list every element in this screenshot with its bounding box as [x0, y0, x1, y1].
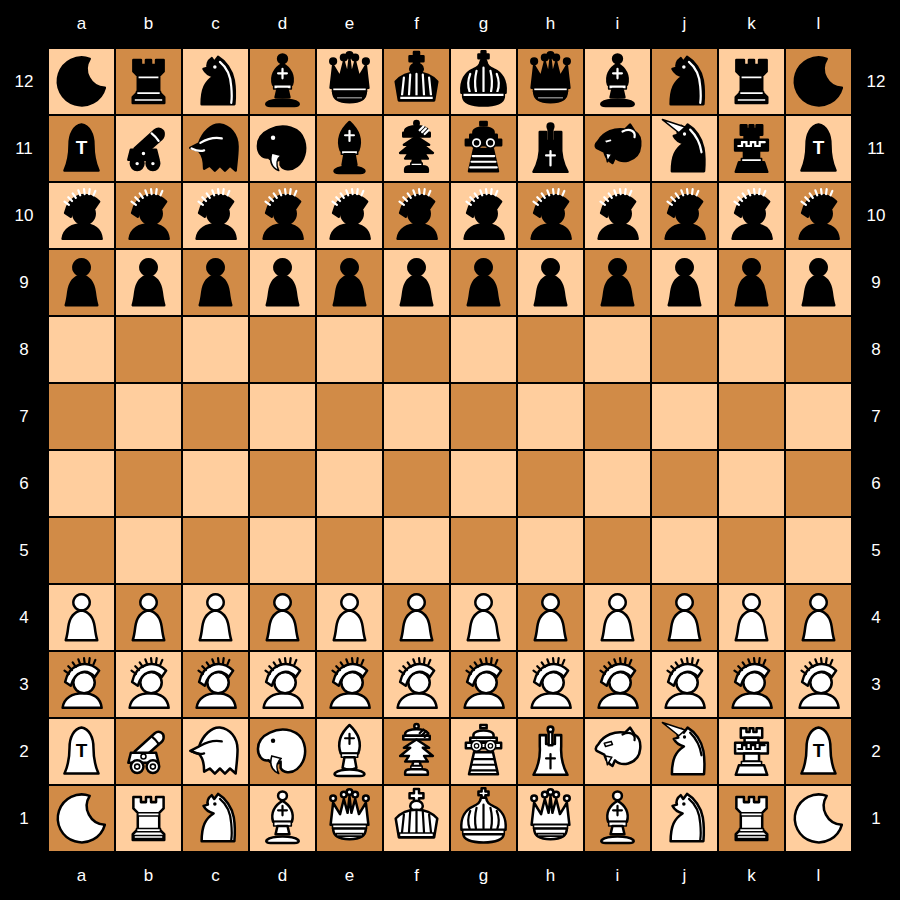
piece-black-knight[interactable] [184, 50, 247, 113]
square-c6[interactable] [182, 450, 249, 517]
piece-black-soldier[interactable] [184, 184, 247, 247]
square-c7[interactable] [182, 383, 249, 450]
piece-black-spy[interactable] [452, 117, 515, 180]
square-f5[interactable] [383, 517, 450, 584]
square-i10[interactable] [584, 182, 651, 249]
square-c8[interactable] [182, 316, 249, 383]
soldier-icon [117, 184, 180, 247]
square-a5[interactable] [48, 517, 115, 584]
square-b1[interactable] [115, 785, 182, 852]
piece-black-eagle[interactable] [184, 117, 247, 180]
piece-black-soldier[interactable] [50, 184, 113, 247]
square-h3[interactable] [517, 651, 584, 718]
square-f4[interactable] [383, 584, 450, 651]
tower-icon: T [787, 117, 850, 180]
piece-black-soldier[interactable] [787, 184, 850, 247]
rank-label-2: 2 [0, 718, 48, 785]
square-k8[interactable] [718, 316, 785, 383]
pawn-icon [653, 586, 716, 649]
square-c3[interactable] [182, 651, 249, 718]
rank-label-8: 8 [0, 316, 48, 383]
piece-white-pawn[interactable] [653, 586, 716, 649]
rank-label-4: 4 [852, 584, 900, 651]
square-j8[interactable] [651, 316, 718, 383]
square-a10[interactable] [48, 182, 115, 249]
pawn-icon [586, 586, 649, 649]
soldier-icon [385, 184, 448, 247]
piece-black-elephant[interactable] [251, 117, 314, 180]
piece-black-church[interactable] [519, 117, 582, 180]
square-l1[interactable] [785, 785, 852, 852]
pawn-icon [653, 251, 716, 314]
square-g7[interactable] [450, 383, 517, 450]
square-g1[interactable] [450, 785, 517, 852]
piece-white-moon[interactable] [50, 787, 113, 850]
file-label-j: j [651, 0, 718, 48]
square-c4[interactable] [182, 584, 249, 651]
square-i8[interactable] [584, 316, 651, 383]
square-i11[interactable] [584, 115, 651, 182]
file-label-c: c [182, 0, 249, 48]
piece-black-soldier[interactable] [385, 184, 448, 247]
piece-black-queen[interactable] [519, 50, 582, 113]
file-label-l: l [785, 0, 852, 48]
square-c10[interactable] [182, 182, 249, 249]
piece-white-soldier[interactable] [251, 653, 314, 716]
pawn-icon [586, 251, 649, 314]
piece-white-queen[interactable] [318, 787, 381, 850]
piece-black-bishop[interactable] [251, 50, 314, 113]
square-d4[interactable] [249, 584, 316, 651]
piece-white-tower[interactable]: T [787, 720, 850, 783]
square-j1[interactable] [651, 785, 718, 852]
castle-icon [720, 720, 783, 783]
square-a6[interactable] [48, 450, 115, 517]
piece-white-pawn[interactable] [385, 586, 448, 649]
pawn-icon [251, 586, 314, 649]
piece-black-pawn[interactable] [787, 251, 850, 314]
piece-black-bishop[interactable] [586, 50, 649, 113]
square-e4[interactable] [316, 584, 383, 651]
square-h11[interactable] [517, 115, 584, 182]
square-j9[interactable] [651, 249, 718, 316]
piece-black-tower[interactable]: T [787, 117, 850, 180]
square-h10[interactable] [517, 182, 584, 249]
square-h9[interactable] [517, 249, 584, 316]
piece-white-unicorn[interactable] [653, 720, 716, 783]
officer-icon [385, 720, 448, 783]
square-l3[interactable] [785, 651, 852, 718]
rank-labels-right: 121110987654321 [852, 48, 900, 852]
square-e1[interactable] [316, 785, 383, 852]
square-l10[interactable] [785, 182, 852, 249]
square-k2[interactable] [718, 718, 785, 785]
piece-black-pawn[interactable] [251, 251, 314, 314]
bishop-icon [586, 787, 649, 850]
square-a1[interactable] [48, 785, 115, 852]
square-j4[interactable] [651, 584, 718, 651]
square-h2[interactable] [517, 718, 584, 785]
file-label-d: d [249, 852, 316, 900]
square-j11[interactable] [651, 115, 718, 182]
square-k9[interactable] [718, 249, 785, 316]
piece-black-soldier[interactable] [251, 184, 314, 247]
square-c1[interactable] [182, 785, 249, 852]
piece-black-soldier[interactable] [452, 184, 515, 247]
piece-white-soldier[interactable] [787, 653, 850, 716]
square-c12[interactable] [182, 48, 249, 115]
piece-white-bishop[interactable] [251, 787, 314, 850]
piece-black-queen[interactable] [318, 50, 381, 113]
square-l7[interactable] [785, 383, 852, 450]
piece-white-pawn[interactable] [720, 586, 783, 649]
square-a8[interactable] [48, 316, 115, 383]
rank-label-12: 12 [852, 48, 900, 115]
square-c9[interactable] [182, 249, 249, 316]
square-l4[interactable] [785, 584, 852, 651]
piece-white-soldier[interactable] [50, 653, 113, 716]
square-k7[interactable] [718, 383, 785, 450]
square-l6[interactable] [785, 450, 852, 517]
square-k12[interactable] [718, 48, 785, 115]
square-d5[interactable] [249, 517, 316, 584]
pawn-icon [519, 251, 582, 314]
svg-text:T: T [76, 137, 88, 158]
square-k5[interactable] [718, 517, 785, 584]
piece-black-pawn[interactable] [50, 251, 113, 314]
piece-white-soldier[interactable] [452, 653, 515, 716]
queen-icon [318, 50, 381, 113]
piece-white-soldier[interactable] [586, 653, 649, 716]
piece-white-spy[interactable] [452, 720, 515, 783]
square-g10[interactable] [450, 182, 517, 249]
bishop-icon [586, 50, 649, 113]
square-i3[interactable] [584, 651, 651, 718]
square-k11[interactable] [718, 115, 785, 182]
piece-white-rook[interactable] [720, 787, 783, 850]
square-b9[interactable] [115, 249, 182, 316]
piece-black-pawn[interactable] [318, 251, 381, 314]
eagle-icon [184, 720, 247, 783]
square-a4[interactable] [48, 584, 115, 651]
piece-white-elephant[interactable] [251, 720, 314, 783]
piece-white-bishop[interactable] [586, 787, 649, 850]
tower-icon: T [787, 720, 850, 783]
square-a9[interactable] [48, 249, 115, 316]
piece-white-pawn[interactable] [50, 586, 113, 649]
piece-white-queen[interactable] [519, 787, 582, 850]
file-label-a: a [48, 0, 115, 48]
pawn-icon [787, 251, 850, 314]
square-d2[interactable] [249, 718, 316, 785]
file-label-k: k [718, 852, 785, 900]
piece-black-pawn[interactable] [653, 251, 716, 314]
square-c5[interactable] [182, 517, 249, 584]
piece-white-king[interactable] [385, 787, 448, 850]
piece-white-soldier[interactable] [653, 653, 716, 716]
square-e7[interactable] [316, 383, 383, 450]
piece-white-soldier[interactable] [720, 653, 783, 716]
moon-icon [50, 50, 113, 113]
piece-black-soldier[interactable] [653, 184, 716, 247]
piece-black-emperor[interactable] [452, 50, 515, 113]
square-d7[interactable] [249, 383, 316, 450]
square-f1[interactable] [383, 785, 450, 852]
square-d11[interactable] [249, 115, 316, 182]
piece-black-tower[interactable]: T [50, 117, 113, 180]
piece-white-leopard[interactable] [586, 720, 649, 783]
square-d9[interactable] [249, 249, 316, 316]
svg-text:T: T [813, 137, 825, 158]
square-g4[interactable] [450, 584, 517, 651]
square-e10[interactable] [316, 182, 383, 249]
square-f2[interactable] [383, 718, 450, 785]
square-e6[interactable] [316, 450, 383, 517]
square-e3[interactable] [316, 651, 383, 718]
rank-label-12: 12 [0, 48, 48, 115]
soldier-icon [251, 653, 314, 716]
piece-black-leopard[interactable] [586, 117, 649, 180]
piece-white-soldier[interactable] [318, 653, 381, 716]
piece-black-moon[interactable] [787, 50, 850, 113]
square-h1[interactable] [517, 785, 584, 852]
piece-white-pawn[interactable] [117, 586, 180, 649]
square-f3[interactable] [383, 651, 450, 718]
piece-black-knight[interactable] [653, 50, 716, 113]
square-g8[interactable] [450, 316, 517, 383]
square-l12[interactable] [785, 48, 852, 115]
piece-white-pawn[interactable] [519, 586, 582, 649]
svg-text:T: T [813, 740, 825, 761]
square-i1[interactable] [584, 785, 651, 852]
file-labels-top: abcdefghijkl [48, 0, 900, 48]
square-k6[interactable] [718, 450, 785, 517]
square-b4[interactable] [115, 584, 182, 651]
piece-black-rook[interactable] [720, 50, 783, 113]
square-e8[interactable] [316, 316, 383, 383]
square-f10[interactable] [383, 182, 450, 249]
piece-black-soldier[interactable] [586, 184, 649, 247]
piece-white-pawn[interactable] [586, 586, 649, 649]
king-icon [385, 787, 448, 850]
piece-white-priest[interactable] [318, 720, 381, 783]
file-labels-bottom: abcdefghijkl [48, 852, 900, 900]
unicorn-icon [653, 117, 716, 180]
piece-black-pawn[interactable] [586, 251, 649, 314]
piece-black-pawn[interactable] [452, 251, 515, 314]
square-d8[interactable] [249, 316, 316, 383]
square-l5[interactable] [785, 517, 852, 584]
knight-icon [184, 787, 247, 850]
piece-white-tower[interactable]: T [50, 720, 113, 783]
rank-label-7: 7 [852, 383, 900, 450]
square-a11[interactable]: T [48, 115, 115, 182]
square-h7[interactable] [517, 383, 584, 450]
square-l11[interactable]: T [785, 115, 852, 182]
square-g2[interactable] [450, 718, 517, 785]
piece-black-cannon[interactable] [117, 117, 180, 180]
piece-white-soldier[interactable] [385, 653, 448, 716]
square-d10[interactable] [249, 182, 316, 249]
piece-white-knight[interactable] [184, 787, 247, 850]
square-a7[interactable] [48, 383, 115, 450]
square-e5[interactable] [316, 517, 383, 584]
square-g9[interactable] [450, 249, 517, 316]
square-a2[interactable]: T [48, 718, 115, 785]
piece-black-unicorn[interactable] [653, 117, 716, 180]
soldier-icon [318, 184, 381, 247]
square-i4[interactable] [584, 584, 651, 651]
piece-black-pawn[interactable] [117, 251, 180, 314]
square-b3[interactable] [115, 651, 182, 718]
piece-black-soldier[interactable] [117, 184, 180, 247]
pawn-icon [117, 251, 180, 314]
piece-white-pawn[interactable] [452, 586, 515, 649]
piece-black-king[interactable] [385, 50, 448, 113]
piece-white-soldier[interactable] [184, 653, 247, 716]
bishop-icon [251, 50, 314, 113]
rank-label-5: 5 [0, 517, 48, 584]
square-e2[interactable] [316, 718, 383, 785]
pawn-icon [787, 586, 850, 649]
priest-icon [318, 720, 381, 783]
square-b6[interactable] [115, 450, 182, 517]
square-a12[interactable] [48, 48, 115, 115]
moon-icon [787, 50, 850, 113]
square-l2[interactable]: T [785, 718, 852, 785]
piece-white-pawn[interactable] [318, 586, 381, 649]
square-j10[interactable] [651, 182, 718, 249]
square-i6[interactable] [584, 450, 651, 517]
file-label-g: g [450, 0, 517, 48]
piece-black-castle[interactable] [720, 117, 783, 180]
square-j7[interactable] [651, 383, 718, 450]
square-b5[interactable] [115, 517, 182, 584]
piece-white-soldier[interactable] [117, 653, 180, 716]
piece-white-moon[interactable] [787, 787, 850, 850]
king-icon [385, 50, 448, 113]
square-l9[interactable] [785, 249, 852, 316]
piece-white-officer[interactable] [385, 720, 448, 783]
pawn-icon [318, 586, 381, 649]
square-i9[interactable] [584, 249, 651, 316]
square-d3[interactable] [249, 651, 316, 718]
square-h8[interactable] [517, 316, 584, 383]
piece-black-pawn[interactable] [385, 251, 448, 314]
square-b8[interactable] [115, 316, 182, 383]
square-d12[interactable] [249, 48, 316, 115]
square-e12[interactable] [316, 48, 383, 115]
piece-black-rook[interactable] [117, 50, 180, 113]
square-g6[interactable] [450, 450, 517, 517]
square-j3[interactable] [651, 651, 718, 718]
piece-white-rook[interactable] [117, 787, 180, 850]
piece-black-moon[interactable] [50, 50, 113, 113]
square-g5[interactable] [450, 517, 517, 584]
file-label-e: e [316, 0, 383, 48]
square-b7[interactable] [115, 383, 182, 450]
square-i2[interactable] [584, 718, 651, 785]
piece-black-pawn[interactable] [720, 251, 783, 314]
square-i7[interactable] [584, 383, 651, 450]
square-k4[interactable] [718, 584, 785, 651]
piece-white-pawn[interactable] [251, 586, 314, 649]
piece-white-soldier[interactable] [519, 653, 582, 716]
piece-black-pawn[interactable] [519, 251, 582, 314]
square-i12[interactable] [584, 48, 651, 115]
square-h6[interactable] [517, 450, 584, 517]
square-e9[interactable] [316, 249, 383, 316]
square-g3[interactable] [450, 651, 517, 718]
square-i5[interactable] [584, 517, 651, 584]
square-b11[interactable] [115, 115, 182, 182]
pawn-icon [117, 586, 180, 649]
square-h4[interactable] [517, 584, 584, 651]
square-k1[interactable] [718, 785, 785, 852]
square-f7[interactable] [383, 383, 450, 450]
soldier-icon [586, 184, 649, 247]
square-c11[interactable] [182, 115, 249, 182]
piece-black-soldier[interactable] [318, 184, 381, 247]
priest-icon [318, 117, 381, 180]
square-h12[interactable] [517, 48, 584, 115]
piece-white-pawn[interactable] [184, 586, 247, 649]
square-g12[interactable] [450, 48, 517, 115]
rank-label-1: 1 [0, 785, 48, 852]
square-h5[interactable] [517, 517, 584, 584]
piece-white-church[interactable] [519, 720, 582, 783]
piece-white-knight[interactable] [653, 787, 716, 850]
square-f12[interactable] [383, 48, 450, 115]
square-f6[interactable] [383, 450, 450, 517]
square-j2[interactable] [651, 718, 718, 785]
rank-label-7: 7 [0, 383, 48, 450]
square-f8[interactable] [383, 316, 450, 383]
piece-white-emperor[interactable] [452, 787, 515, 850]
piece-black-pawn[interactable] [184, 251, 247, 314]
piece-black-officer[interactable] [385, 117, 448, 180]
square-b2[interactable] [115, 718, 182, 785]
square-f11[interactable] [383, 115, 450, 182]
piece-black-priest[interactable] [318, 117, 381, 180]
square-k3[interactable] [718, 651, 785, 718]
square-b10[interactable] [115, 182, 182, 249]
square-e11[interactable] [316, 115, 383, 182]
file-label-f: f [383, 0, 450, 48]
square-g11[interactable] [450, 115, 517, 182]
piece-black-soldier[interactable] [720, 184, 783, 247]
file-label-c: c [182, 852, 249, 900]
square-a3[interactable] [48, 651, 115, 718]
piece-black-soldier[interactable] [519, 184, 582, 247]
square-k10[interactable] [718, 182, 785, 249]
piece-white-eagle[interactable] [184, 720, 247, 783]
file-label-b: b [115, 852, 182, 900]
square-j6[interactable] [651, 450, 718, 517]
square-d6[interactable] [249, 450, 316, 517]
piece-white-castle[interactable] [720, 720, 783, 783]
square-j5[interactable] [651, 517, 718, 584]
square-b12[interactable] [115, 48, 182, 115]
piece-white-pawn[interactable] [787, 586, 850, 649]
piece-white-cannon[interactable] [117, 720, 180, 783]
square-f9[interactable] [383, 249, 450, 316]
square-l8[interactable] [785, 316, 852, 383]
rank-label-4: 4 [0, 584, 48, 651]
square-j12[interactable] [651, 48, 718, 115]
square-c2[interactable] [182, 718, 249, 785]
square-d1[interactable] [249, 785, 316, 852]
